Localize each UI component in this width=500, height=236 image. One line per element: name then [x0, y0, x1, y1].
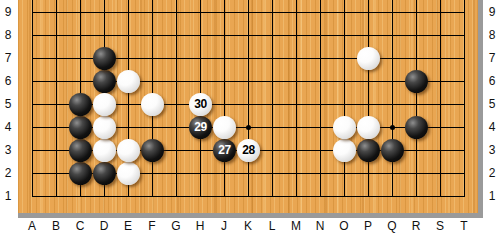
column-label: C	[70, 219, 90, 233]
row-label: 9	[484, 5, 500, 19]
grid-line-vertical	[56, 0, 57, 197]
stone-black	[69, 93, 92, 116]
stone-black-move-27: 27	[213, 139, 236, 162]
stone-white	[333, 116, 356, 139]
stone-black	[93, 162, 116, 185]
row-label: 5	[484, 97, 500, 111]
grid-line-vertical	[392, 0, 393, 197]
row-label: 4	[484, 120, 500, 134]
stone-black-move-29: 29	[189, 116, 212, 139]
grid-line-vertical	[224, 0, 225, 197]
grid-line-vertical	[272, 0, 273, 197]
stone-white	[117, 139, 140, 162]
stone-white	[357, 116, 380, 139]
star-point	[390, 125, 395, 130]
grid-line-vertical	[176, 0, 177, 197]
row-label: 7	[0, 51, 16, 65]
stone-white	[117, 70, 140, 93]
column-label: O	[334, 219, 354, 233]
stone-white-move-30: 30	[189, 93, 212, 116]
stone-black	[381, 139, 404, 162]
row-label: 6	[0, 74, 16, 88]
grid-line-horizontal	[32, 35, 465, 36]
row-label: 6	[484, 74, 500, 88]
go-diagram: 29273028 987654321 987654321 ABCDEFGHJKL…	[0, 0, 500, 236]
column-label: E	[118, 219, 138, 233]
column-label: P	[358, 219, 378, 233]
stone-black	[93, 47, 116, 70]
stone-white	[93, 116, 116, 139]
row-label: 4	[0, 120, 16, 134]
row-label: 1	[0, 189, 16, 203]
column-label: N	[310, 219, 330, 233]
star-point	[246, 125, 251, 130]
column-label: G	[166, 219, 186, 233]
column-label: F	[142, 219, 162, 233]
stone-white	[93, 93, 116, 116]
column-label: R	[406, 219, 426, 233]
grid-line-vertical	[32, 0, 33, 197]
stone-black	[141, 139, 164, 162]
stone-white	[213, 116, 236, 139]
stone-black	[357, 139, 380, 162]
grid-line-horizontal	[32, 196, 465, 197]
grid-line-vertical	[344, 0, 345, 197]
row-label: 5	[0, 97, 16, 111]
row-label: 2	[0, 166, 16, 180]
stone-black	[93, 70, 116, 93]
stone-black	[405, 70, 428, 93]
column-label: H	[190, 219, 210, 233]
column-label: J	[214, 219, 234, 233]
column-label: D	[94, 219, 114, 233]
stone-white	[93, 139, 116, 162]
stone-white	[141, 93, 164, 116]
column-label: M	[286, 219, 306, 233]
grid-line-vertical	[368, 0, 369, 197]
column-label: T	[454, 219, 474, 233]
stone-black	[69, 139, 92, 162]
stone-black	[69, 162, 92, 185]
grid-line-vertical	[464, 0, 465, 197]
row-label: 9	[0, 5, 16, 19]
grid-line-vertical	[296, 0, 297, 197]
stone-white	[117, 162, 140, 185]
grid-line-vertical	[440, 0, 441, 197]
go-board[interactable]: 29273028	[18, 0, 478, 213]
board-shadow-bottom	[18, 213, 483, 218]
column-label: K	[238, 219, 258, 233]
stone-white-move-28: 28	[237, 139, 260, 162]
row-label: 8	[484, 28, 500, 42]
column-label: Q	[382, 219, 402, 233]
row-label: 7	[484, 51, 500, 65]
board-shadow-right	[478, 0, 483, 218]
column-label: A	[22, 219, 42, 233]
row-label: 2	[484, 166, 500, 180]
stone-white	[357, 47, 380, 70]
row-label: 8	[0, 28, 16, 42]
grid-line-vertical	[248, 0, 249, 197]
grid-line-horizontal	[32, 12, 465, 13]
row-label: 1	[484, 189, 500, 203]
column-label: S	[430, 219, 450, 233]
stone-black	[69, 116, 92, 139]
stone-white	[333, 139, 356, 162]
row-label: 3	[484, 143, 500, 157]
stone-black	[405, 116, 428, 139]
grid-line-vertical	[320, 0, 321, 197]
column-label: L	[262, 219, 282, 233]
column-label: B	[46, 219, 66, 233]
grid-line-vertical	[416, 0, 417, 197]
row-label: 3	[0, 143, 16, 157]
